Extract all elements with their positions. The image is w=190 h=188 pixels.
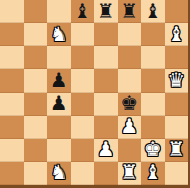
square-d5[interactable]	[71, 69, 95, 92]
square-d6[interactable]	[71, 46, 95, 69]
piece-white-knight: ♞	[50, 24, 68, 44]
square-b6[interactable]	[24, 46, 48, 69]
square-g3[interactable]	[141, 116, 165, 139]
square-h2[interactable]: ♜	[165, 139, 189, 162]
square-c5[interactable]: ♟	[47, 69, 71, 92]
square-d1[interactable]	[71, 162, 95, 185]
piece-white-rook: ♜	[120, 162, 138, 182]
chess-board: ♝♜♜♝♞♝♟♛♟♚♟♟♚♜♞♜♝	[0, 0, 190, 188]
square-b5[interactable]	[24, 69, 48, 92]
square-g6[interactable]	[141, 46, 165, 69]
square-f5[interactable]	[118, 69, 142, 92]
piece-white-bishop: ♝	[167, 24, 185, 44]
square-d3[interactable]	[71, 116, 95, 139]
square-a6[interactable]	[0, 46, 24, 69]
square-g2[interactable]: ♚	[141, 139, 165, 162]
square-f1[interactable]: ♜	[118, 162, 142, 185]
piece-black-pawn: ♟	[50, 70, 68, 90]
square-g4[interactable]	[141, 93, 165, 116]
square-a4[interactable]	[0, 93, 24, 116]
piece-white-bishop: ♝	[144, 162, 162, 182]
square-g7[interactable]	[141, 23, 165, 46]
square-f7[interactable]	[118, 23, 142, 46]
square-b2[interactable]	[24, 139, 48, 162]
square-f2[interactable]	[118, 139, 142, 162]
square-b8[interactable]	[24, 0, 48, 23]
piece-black-rook: ♜	[120, 1, 138, 21]
square-h6[interactable]	[165, 46, 189, 69]
square-e3[interactable]	[94, 116, 118, 139]
square-e1[interactable]	[94, 162, 118, 185]
square-d4[interactable]	[71, 93, 95, 116]
square-e7[interactable]	[94, 23, 118, 46]
square-e5[interactable]	[94, 69, 118, 92]
square-e8[interactable]: ♜	[94, 0, 118, 23]
square-c7[interactable]: ♞	[47, 23, 71, 46]
square-a8[interactable]	[0, 0, 24, 23]
piece-white-knight: ♞	[50, 162, 68, 182]
square-d7[interactable]	[71, 23, 95, 46]
piece-black-bishop: ♝	[144, 1, 162, 21]
square-c8[interactable]	[47, 0, 71, 23]
chess-board-window: ♝♜♜♝♞♝♟♛♟♚♟♟♚♜♞♜♝	[0, 0, 190, 188]
square-f8[interactable]: ♜	[118, 0, 142, 23]
square-e2[interactable]: ♟	[94, 139, 118, 162]
square-c2[interactable]	[47, 139, 71, 162]
square-f3[interactable]: ♟	[118, 116, 142, 139]
square-a5[interactable]	[0, 69, 24, 92]
square-a2[interactable]	[0, 139, 24, 162]
piece-white-king: ♚	[144, 139, 162, 159]
square-d2[interactable]	[71, 139, 95, 162]
square-f6[interactable]	[118, 46, 142, 69]
square-g5[interactable]	[141, 69, 165, 92]
piece-white-rook: ♜	[167, 139, 185, 159]
square-h8[interactable]	[165, 0, 189, 23]
square-c6[interactable]	[47, 46, 71, 69]
piece-black-pawn: ♟	[50, 93, 68, 113]
square-b4[interactable]	[24, 93, 48, 116]
square-a7[interactable]	[0, 23, 24, 46]
square-e6[interactable]	[94, 46, 118, 69]
square-b3[interactable]	[24, 116, 48, 139]
square-d8[interactable]: ♝	[71, 0, 95, 23]
square-g8[interactable]: ♝	[141, 0, 165, 23]
square-c1[interactable]: ♞	[47, 162, 71, 185]
piece-white-pawn: ♟	[97, 139, 115, 159]
piece-white-pawn: ♟	[120, 116, 138, 136]
square-f4[interactable]: ♚	[118, 93, 142, 116]
square-c3[interactable]	[47, 116, 71, 139]
square-h7[interactable]: ♝	[165, 23, 189, 46]
piece-white-queen: ♛	[167, 70, 185, 90]
square-g1[interactable]: ♝	[141, 162, 165, 185]
square-e4[interactable]	[94, 93, 118, 116]
piece-black-bishop: ♝	[73, 1, 91, 21]
square-a1[interactable]	[0, 162, 24, 185]
square-h3[interactable]	[165, 116, 189, 139]
square-b1[interactable]	[24, 162, 48, 185]
square-c4[interactable]: ♟	[47, 93, 71, 116]
piece-black-rook: ♜	[97, 1, 115, 21]
square-a3[interactable]	[0, 116, 24, 139]
square-h1[interactable]	[165, 162, 189, 185]
square-h4[interactable]	[165, 93, 189, 116]
square-b7[interactable]	[24, 23, 48, 46]
piece-black-king: ♚	[120, 93, 138, 113]
square-h5[interactable]: ♛	[165, 69, 189, 92]
